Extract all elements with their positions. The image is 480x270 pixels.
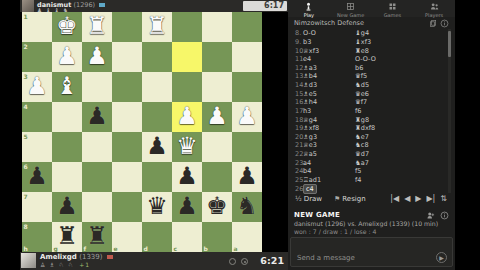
square-f2[interactable]: ♟ (82, 42, 112, 72)
player-rating: (1339) (79, 253, 102, 261)
move-row: 26.c4 (288, 184, 448, 193)
black-move[interactable]: ♜dxf8 (355, 124, 448, 132)
rank-label: 1 (24, 13, 28, 20)
black-move[interactable]: ♞d5 (355, 81, 448, 89)
white-move[interactable]: ♕g4 (303, 116, 355, 124)
game-controls: ½Draw ⚑Resign |◀◀▶▶|⇅ (288, 194, 455, 207)
move-number: 14. (288, 81, 303, 89)
square-h6[interactable]: 6♟ (22, 162, 52, 192)
white-move[interactable]: ♗h4 (303, 98, 355, 106)
rank-label: 7 (24, 193, 28, 200)
square-b8[interactable]: b (202, 222, 232, 252)
square-h5[interactable]: 5 (22, 132, 52, 162)
square-d1[interactable]: ♜ (142, 12, 172, 42)
square-f5[interactable] (82, 132, 112, 162)
piece-bP: ♟ (142, 132, 172, 162)
move-row: 11.e4O-O-O (288, 55, 448, 64)
match-record: won : 7 / draw : 1 / lose : 4 (294, 228, 377, 235)
move-row: 25.♖ad1f4 (288, 176, 448, 185)
piece-bP: ♟ (82, 102, 112, 132)
square-c8[interactable]: c (172, 222, 202, 252)
move-number: 19. (288, 124, 303, 132)
square-c3[interactable] (172, 72, 202, 102)
bottom-clock: 6:21 (243, 255, 287, 266)
rank-label: 4 (24, 103, 28, 110)
move-row: 19.♗xf8♜dxf8 (288, 124, 448, 133)
white-move[interactable]: ♗a3 (303, 64, 355, 72)
piece-bP: ♟ (172, 162, 202, 192)
square-a5[interactable] (232, 132, 262, 162)
white-move[interactable]: ♕xf3 (303, 47, 355, 55)
half-point-icon: ½ (295, 195, 302, 203)
square-e8[interactable]: e (112, 222, 142, 252)
move-row: 15.♗e5♛e6 (288, 89, 448, 98)
white-move[interactable]: b3 (303, 38, 355, 46)
move-list: 8.O-O♝g49.b3♝xf310.♕xf3♜e811.e4O-O-O12.♗… (288, 29, 448, 193)
tab-new-game[interactable]: New Game (330, 0, 372, 17)
square-h7[interactable]: 7 (22, 192, 52, 222)
square-e7[interactable] (112, 192, 142, 222)
file-label: a (234, 245, 238, 252)
material-advantage: +1 (79, 261, 90, 268)
black-move[interactable]: ♛d7 (355, 150, 448, 158)
player-name: Amelixgd (40, 253, 77, 261)
black-move[interactable]: b6 (355, 64, 448, 72)
square-h2[interactable]: 2 (22, 42, 52, 72)
square-e3[interactable] (112, 72, 142, 102)
black-move[interactable]: f6 (355, 107, 448, 115)
square-h3[interactable]: 3♟ (22, 72, 52, 102)
piece-bP: ♟ (22, 162, 52, 192)
white-move[interactable]: h3 (303, 107, 355, 115)
move-number: 10. (288, 47, 303, 55)
pawn-icon (304, 2, 313, 11)
resign-label: Resign (342, 195, 365, 203)
move-nav: |◀◀▶▶|⇅ (385, 194, 447, 203)
square-b3[interactable] (202, 72, 232, 102)
top-player-bar: danismut (1296) ♟ ♝ ♝ ♞ 6:17 (20, 0, 288, 12)
move-row: 9.b3♝xf3 (288, 38, 448, 47)
piece-bR: ♜ (52, 222, 82, 252)
black-move[interactable]: ♜e8 (355, 47, 448, 55)
square-b1[interactable] (202, 12, 232, 42)
challenge-icon[interactable] (426, 211, 435, 220)
move-number: 26. (288, 185, 303, 193)
piece-wP: ♟ (82, 42, 112, 72)
square-a8[interactable]: a (232, 222, 262, 252)
prev-move-button[interactable]: ◀ (404, 194, 410, 203)
square-b4[interactable]: ♟ (202, 102, 232, 132)
file-label: c (174, 245, 178, 252)
chat-input[interactable]: Send a message (297, 254, 355, 262)
top-clock: 6:17 (243, 1, 287, 11)
white-move[interactable]: ♗e5 (303, 90, 355, 98)
black-move[interactable]: f5 (355, 167, 448, 175)
square-e6[interactable] (112, 162, 142, 192)
move-number: 12. (288, 64, 303, 72)
match-summary: danismut (1296) vs. Amelixgd (1339) (10 … (294, 220, 438, 227)
move-number: 9. (288, 38, 303, 46)
white-move[interactable]: a4 (303, 159, 355, 167)
square-g2[interactable]: ♟ (52, 42, 82, 72)
resign-button[interactable]: ⚑Resign (334, 195, 366, 203)
piece-wB: ♝ (52, 72, 82, 102)
send-icon[interactable]: ▶ (436, 252, 447, 263)
square-b6[interactable] (202, 162, 232, 192)
next-move-button[interactable]: ▶ (415, 194, 421, 203)
black-move[interactable]: ♞c8 (355, 141, 448, 149)
piece-wP: ♟ (202, 102, 232, 132)
square-b2[interactable] (202, 42, 232, 72)
square-f6[interactable] (82, 162, 112, 192)
move-row: 18.♕g4♜g8 (288, 115, 448, 124)
people-icon (430, 2, 439, 11)
square-h1[interactable]: 1 (22, 12, 52, 42)
square-c5[interactable]: ♛ (172, 132, 202, 162)
bottom-player-name: Amelixgd (1339) (40, 253, 113, 261)
move-number: 18. (288, 116, 303, 124)
white-move[interactable]: ♖ad1 (303, 176, 355, 184)
white-move[interactable]: O-O (303, 29, 355, 37)
square-f7[interactable] (82, 192, 112, 222)
square-c1[interactable] (172, 12, 202, 42)
move-number: 17. (288, 107, 303, 115)
player-rating: (1296) (74, 1, 96, 9)
move-number: 13. (288, 72, 303, 80)
move-row: 10.♕xf3♜e8 (288, 46, 448, 55)
tab-players[interactable]: Players (413, 0, 455, 17)
piece-wK: ♚ (52, 12, 82, 42)
move-row: 23.a4♞a7 (288, 158, 448, 167)
opening-row: Nimzowitsch Defense (288, 17, 455, 29)
black-move[interactable]: ♝xf3 (355, 38, 448, 46)
move-number: 8. (288, 29, 303, 37)
square-e5[interactable] (112, 132, 142, 162)
square-a1[interactable] (232, 12, 262, 42)
square-g1[interactable]: ♚ (52, 12, 82, 42)
square-h8[interactable]: 8h (22, 222, 52, 252)
black-move[interactable]: ♛f5 (355, 72, 448, 80)
piece-bP: ♟ (172, 192, 202, 222)
piece-wP: ♟ (172, 102, 202, 132)
file-label: b (204, 245, 208, 252)
move-row: 20.♗g3♞e7 (288, 133, 448, 142)
square-f3[interactable] (82, 72, 112, 102)
move-row: 14.♗d3♞d5 (288, 81, 448, 90)
square-g3[interactable]: ♝ (52, 72, 82, 102)
board-icon (346, 2, 355, 11)
move-row: 24.b4f5 (288, 167, 448, 176)
white-move[interactable]: ♗d3 (303, 81, 355, 89)
black-move[interactable]: ♜g8 (355, 116, 448, 124)
opening-name: Nimzowitsch Defense (294, 19, 364, 27)
captured-glyphs: ♙ ♗ ♘ ♘ (40, 261, 74, 268)
rank-label: 5 (24, 133, 28, 140)
square-a6[interactable]: ♟ (232, 162, 262, 192)
square-d4[interactable] (142, 102, 172, 132)
piece-wP: ♟ (232, 102, 262, 132)
move-number: 15. (288, 90, 303, 98)
move-number: 21. (288, 141, 303, 149)
square-a7[interactable]: ♞ (232, 192, 262, 222)
square-d8[interactable]: d (142, 222, 172, 252)
move-number: 16. (288, 98, 303, 106)
bottom-player-bar: Amelixgd (1339) ♙ ♗ ♘ ♘ +1 6:21 (20, 252, 288, 270)
piece-wR: ♜ (82, 12, 112, 42)
avatar (22, 0, 34, 12)
file-label: d (144, 245, 148, 252)
copy-icon[interactable] (429, 19, 437, 28)
move-number: 20. (288, 133, 303, 141)
square-g5[interactable] (52, 132, 82, 162)
square-d6[interactable] (142, 162, 172, 192)
square-c6[interactable]: ♟ (172, 162, 202, 192)
piece-wQ: ♛ (172, 132, 202, 162)
rank-label: 8 (24, 223, 28, 230)
move-number: 25. (288, 176, 303, 184)
last-move-button[interactable]: ▶| (426, 194, 435, 203)
white-move[interactable]: e4 (303, 55, 355, 63)
avatar (21, 253, 36, 268)
move-number: 11. (288, 55, 303, 63)
move-number: 24. (288, 167, 303, 175)
tab-play[interactable]: Play (288, 0, 330, 17)
chat-box[interactable]: Send a message ▶ (290, 237, 453, 267)
black-move[interactable]: ♝g4 (355, 29, 448, 37)
black-move[interactable]: f4 (355, 176, 448, 184)
white-move[interactable]: ♗b4 (303, 72, 355, 80)
square-e1[interactable] (112, 12, 142, 42)
black-move[interactable]: O-O-O (355, 55, 448, 63)
square-a2[interactable] (232, 42, 262, 72)
draw-button[interactable]: ½Draw (295, 195, 322, 203)
info-icon[interactable] (440, 19, 449, 28)
move-number: 22. (288, 150, 303, 158)
square-g7[interactable]: ♟ (52, 192, 82, 222)
draw-label: Draw (304, 195, 322, 203)
square-d3[interactable] (142, 72, 172, 102)
square-e4[interactable] (112, 102, 142, 132)
move-row: 21.♕e3♞c8 (288, 141, 448, 150)
square-c2[interactable] (172, 42, 202, 72)
captured-pieces: ♙ ♗ ♘ ♘ +1 (40, 261, 90, 268)
scrollbar-thumb[interactable] (448, 31, 451, 57)
black-move[interactable]: ♞a7 (355, 159, 448, 167)
square-h4[interactable]: 4 (22, 102, 52, 132)
grid-icon (388, 2, 397, 11)
move-row: 17.h3f6 (288, 107, 448, 116)
chess-app: danismut (1296) ♟ ♝ ♝ ♞ 6:17 1♚♜♜2♟♟3♟♝4… (0, 0, 480, 270)
square-g4[interactable] (52, 102, 82, 132)
white-move[interactable]: b4 (303, 167, 355, 175)
piece-wP: ♟ (22, 72, 52, 102)
flag-icon: ⚑ (334, 195, 340, 203)
move-row: 16.♗h4♛f7 (288, 98, 448, 107)
black-move[interactable]: ♞e7 (355, 133, 448, 141)
square-c7[interactable]: ♟ (172, 192, 202, 222)
tab-bar: Play New Game Games Players (288, 0, 455, 17)
move-row: 13.♗b4♛f5 (288, 72, 448, 81)
side-panel: Play New Game Games Players Nimzowitsch … (288, 0, 455, 270)
file-label: e (114, 245, 118, 252)
info-icon[interactable] (440, 211, 449, 220)
square-e2[interactable] (112, 42, 142, 72)
piece-bP: ♟ (52, 192, 82, 222)
draw-offer-icon[interactable] (229, 258, 236, 265)
piece-bN: ♞ (232, 192, 262, 222)
piece-bP: ♟ (232, 162, 262, 192)
flag-icon (107, 255, 113, 259)
square-d5[interactable]: ♟ (142, 132, 172, 162)
square-a4[interactable]: ♟ (232, 102, 262, 132)
flip-board-button[interactable]: ⇅ (440, 194, 447, 203)
move-row: 8.O-O♝g4 (288, 29, 448, 38)
piece-bQ: ♛ (142, 192, 172, 222)
rank-label: 2 (24, 43, 28, 50)
piece-bK: ♚ (202, 192, 232, 222)
new-game-title: NEW GAME (294, 211, 340, 219)
square-b5[interactable] (202, 132, 232, 162)
tab-games[interactable]: Games (372, 0, 414, 17)
piece-bR: ♜ (82, 222, 112, 252)
file-label: h (24, 245, 28, 252)
square-g8[interactable]: g♜ (52, 222, 82, 252)
first-move-button[interactable]: |◀ (390, 194, 399, 203)
white-move[interactable]: ♗xf8 (303, 124, 355, 132)
square-d2[interactable] (142, 42, 172, 72)
piece-wP: ♟ (52, 42, 82, 72)
move-row: 22.♕a5♛d7 (288, 150, 448, 159)
square-b7[interactable]: ♚ (202, 192, 232, 222)
move-number: 23. (288, 159, 303, 167)
white-move[interactable]: ♗g3 (303, 133, 355, 141)
flag-icon (99, 3, 105, 7)
move-row: 12.♗a3b6 (288, 64, 448, 73)
white-move[interactable]: ♕a5 (303, 150, 355, 158)
square-d7[interactable]: ♛ (142, 192, 172, 222)
square-f4[interactable]: ♟ (82, 102, 112, 132)
square-c4[interactable]: ♟ (172, 102, 202, 132)
white-move[interactable]: c4 (303, 185, 355, 193)
black-move[interactable]: ♛f7 (355, 98, 448, 106)
white-move[interactable]: ♕e3 (303, 141, 355, 149)
chess-board[interactable]: 1♚♜♜2♟♟3♟♝4♟♟♟♟5♟♛6♟♟♟7♟♛♟♚♞8hg♜f♜edcba (22, 12, 262, 252)
square-a3[interactable] (232, 72, 262, 102)
square-f1[interactable]: ♜ (82, 12, 112, 42)
square-f8[interactable]: f♜ (82, 222, 112, 252)
square-g6[interactable] (52, 162, 82, 192)
black-move[interactable]: ♛e6 (355, 90, 448, 98)
piece-wR: ♜ (142, 12, 172, 42)
